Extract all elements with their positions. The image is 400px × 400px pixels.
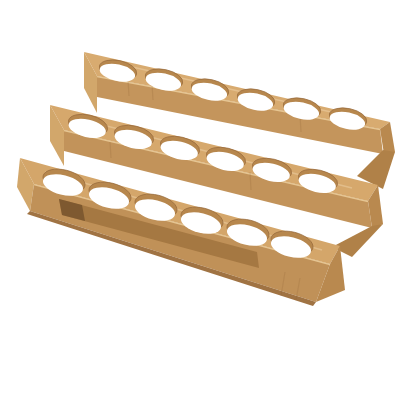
bamboo-display-rack-illustration	[0, 0, 400, 400]
product-photo-canvas	[0, 0, 400, 400]
